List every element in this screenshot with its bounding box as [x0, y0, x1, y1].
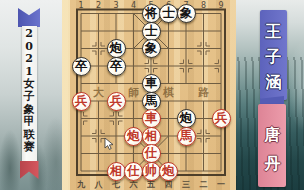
piece-black-象-f7r0[interactable]: 象 [177, 4, 196, 23]
black-player-name-char: 子 [260, 48, 287, 66]
file-label-bottom: 九 [75, 180, 87, 189]
board[interactable]: 1 2 3 4 5 6 7 8 9 九 八 七 六 五 四 三 二 一 大 師 … [62, 0, 236, 190]
file-label-bottom: 六 [128, 180, 140, 189]
red-player-banner [258, 104, 286, 187]
piece-red-帅-f5r9[interactable]: 帅 [142, 162, 161, 181]
event-banner-char: 甲 [22, 116, 37, 128]
piece-black-車-f5r4[interactable]: 車 [142, 74, 161, 93]
red-player-name-char: 丹 [259, 155, 286, 173]
event-banner-char: 0 [22, 41, 37, 53]
red-player-name-char: 唐 [259, 126, 286, 144]
piece-black-卒-f1r3[interactable]: 卒 [72, 57, 91, 76]
file-label-bottom: 二 [198, 180, 210, 189]
piece-red-兵-f9r6[interactable]: 兵 [212, 109, 231, 128]
event-banner-char: 赛 [22, 141, 37, 153]
piece-black-象-f5r2[interactable]: 象 [142, 39, 161, 58]
event-banner-char: 联 [22, 129, 37, 141]
file-label-bottom: 五 [145, 180, 157, 189]
file-label-top: 3 [110, 1, 122, 10]
piece-black-卒-f3r3[interactable]: 卒 [107, 57, 126, 76]
file-label-top: 2 [93, 1, 105, 10]
river-text-char: 棋 [162, 86, 175, 99]
piece-red-兵-f3r5[interactable]: 兵 [107, 92, 126, 111]
piece-black-将-f5r0[interactable]: 将 [142, 4, 161, 23]
river-text-char: 大 [92, 86, 105, 99]
file-label-bottom: 八 [93, 180, 105, 189]
piece-black-馬-f5r5[interactable]: 馬 [142, 92, 161, 111]
piece-red-馬-f7r7[interactable]: 馬 [177, 127, 196, 146]
event-banner-char: 女 [22, 78, 37, 90]
file-label-bottom: 七 [110, 180, 122, 189]
piece-red-仕-f4r9[interactable]: 仕 [124, 162, 143, 181]
event-banner-char: 子 [22, 91, 37, 103]
river-text-char: 師 [127, 86, 140, 99]
broadcast-frame: 1 2 3 4 5 6 7 8 9 九 八 七 六 五 四 三 二 一 大 師 … [0, 0, 304, 190]
river-text-char: 路 [197, 86, 210, 99]
event-banner-char: 2 [22, 28, 37, 40]
event-banner-char: 2 [22, 53, 37, 65]
piece-red-兵-f1r5[interactable]: 兵 [72, 92, 91, 111]
piece-red-仕-f5r8[interactable]: 仕 [142, 144, 161, 163]
event-banner-char: 1 [22, 66, 37, 78]
black-player-name-char: 王 [260, 23, 287, 41]
event-banner-char: 象 [22, 104, 37, 116]
black-player-name-char: 涵 [260, 73, 287, 91]
file-label-bottom: 三 [180, 180, 192, 189]
piece-red-車-f5r6[interactable]: 車 [142, 109, 161, 128]
piece-black-士-f5r1[interactable]: 士 [142, 22, 161, 41]
piece-black-炮-f3r2[interactable]: 炮 [107, 39, 126, 58]
file-label-top: 9 [215, 1, 227, 10]
piece-red-相-f3r9[interactable]: 相 [107, 162, 126, 181]
file-label-top: 8 [198, 1, 210, 10]
file-label-bottom: 一 [215, 180, 227, 189]
file-label-top: 4 [128, 1, 140, 10]
piece-black-士-f6r0[interactable]: 士 [159, 4, 178, 23]
piece-red-炮-f6r9[interactable]: 炮 [159, 162, 178, 181]
file-label-top: 1 [75, 1, 87, 10]
piece-red-相-f5r7[interactable]: 相 [142, 127, 161, 146]
piece-red-炮-f4r7[interactable]: 炮 [124, 127, 143, 146]
piece-black-炮-f7r6[interactable]: 炮 [177, 109, 196, 128]
file-label-bottom: 四 [163, 180, 175, 189]
mouse-cursor [104, 138, 114, 150]
